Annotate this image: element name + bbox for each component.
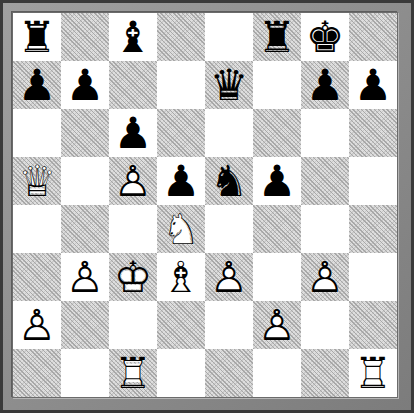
square-a5[interactable]: ♛♕: [13, 157, 61, 205]
square-f6[interactable]: [253, 109, 301, 157]
white-pawn-icon[interactable]: ♟♙: [205, 253, 253, 301]
square-c3[interactable]: ♚♔: [109, 253, 157, 301]
piece-glyph: ♕: [13, 157, 61, 205]
board-frame: ♜♝♜♚♟♟♛♟♟♟♛♕♟♙♟♞♟♞♘♟♙♚♔♝♗♟♙♟♙♟♙♟♙♜♖♜♖: [0, 0, 414, 413]
piece-glyph: ♛: [205, 61, 253, 109]
white-pawn-icon[interactable]: ♟♙: [253, 301, 301, 349]
black-rook-icon[interactable]: ♜: [13, 13, 61, 61]
square-d3[interactable]: ♝♗: [157, 253, 205, 301]
square-g8[interactable]: ♚: [301, 13, 349, 61]
square-f3[interactable]: [253, 253, 301, 301]
white-queen-icon[interactable]: ♛♕: [13, 157, 61, 205]
square-d2[interactable]: [157, 301, 205, 349]
square-b4[interactable]: [61, 205, 109, 253]
white-bishop-icon[interactable]: ♝♗: [157, 253, 205, 301]
square-b2[interactable]: [61, 301, 109, 349]
piece-glyph: ♙: [205, 253, 253, 301]
square-g2[interactable]: [301, 301, 349, 349]
white-king-icon[interactable]: ♚♔: [109, 253, 157, 301]
square-f4[interactable]: [253, 205, 301, 253]
square-b1[interactable]: [61, 349, 109, 397]
piece-glyph: ♟: [349, 61, 397, 109]
square-g4[interactable]: [301, 205, 349, 253]
piece-glyph: ♔: [109, 253, 157, 301]
square-g1[interactable]: [301, 349, 349, 397]
black-pawn-icon[interactable]: ♟: [13, 61, 61, 109]
square-a4[interactable]: [13, 205, 61, 253]
square-c6[interactable]: ♟: [109, 109, 157, 157]
black-bishop-icon[interactable]: ♝: [109, 13, 157, 61]
piece-glyph: ♞: [205, 157, 253, 205]
square-g5[interactable]: [301, 157, 349, 205]
piece-glyph: ♙: [13, 301, 61, 349]
square-g3[interactable]: ♟♙: [301, 253, 349, 301]
square-h4[interactable]: [349, 205, 397, 253]
square-g6[interactable]: [301, 109, 349, 157]
square-b6[interactable]: [61, 109, 109, 157]
black-rook-icon[interactable]: ♜: [253, 13, 301, 61]
square-f5[interactable]: ♟: [253, 157, 301, 205]
piece-glyph: ♟: [109, 109, 157, 157]
square-e1[interactable]: [205, 349, 253, 397]
piece-glyph: ♖: [349, 349, 397, 397]
piece-glyph: ♟: [157, 157, 205, 205]
black-queen-icon[interactable]: ♛: [205, 61, 253, 109]
square-h5[interactable]: [349, 157, 397, 205]
square-c5[interactable]: ♟♙: [109, 157, 157, 205]
square-e6[interactable]: [205, 109, 253, 157]
square-c8[interactable]: ♝: [109, 13, 157, 61]
square-f2[interactable]: ♟♙: [253, 301, 301, 349]
square-d1[interactable]: [157, 349, 205, 397]
square-a6[interactable]: [13, 109, 61, 157]
black-knight-icon[interactable]: ♞: [205, 157, 253, 205]
piece-glyph: ♜: [253, 13, 301, 61]
square-d8[interactable]: [157, 13, 205, 61]
square-d5[interactable]: ♟: [157, 157, 205, 205]
square-d7[interactable]: [157, 61, 205, 109]
square-e7[interactable]: ♛: [205, 61, 253, 109]
black-pawn-icon[interactable]: ♟: [253, 157, 301, 205]
piece-glyph: ♜: [13, 13, 61, 61]
square-h8[interactable]: [349, 13, 397, 61]
black-pawn-icon[interactable]: ♟: [349, 61, 397, 109]
piece-glyph: ♙: [301, 253, 349, 301]
white-pawn-icon[interactable]: ♟♙: [61, 253, 109, 301]
black-pawn-icon[interactable]: ♟: [157, 157, 205, 205]
square-a2[interactable]: ♟♙: [13, 301, 61, 349]
square-h1[interactable]: ♜♖: [349, 349, 397, 397]
square-b3[interactable]: ♟♙: [61, 253, 109, 301]
white-pawn-icon[interactable]: ♟♙: [109, 157, 157, 205]
square-e3[interactable]: ♟♙: [205, 253, 253, 301]
white-rook-icon[interactable]: ♜♖: [109, 349, 157, 397]
square-h7[interactable]: ♟: [349, 61, 397, 109]
white-pawn-icon[interactable]: ♟♙: [13, 301, 61, 349]
piece-glyph: ♙: [109, 157, 157, 205]
square-f1[interactable]: [253, 349, 301, 397]
piece-glyph: ♙: [253, 301, 301, 349]
piece-glyph: ♝: [109, 13, 157, 61]
square-a1[interactable]: [13, 349, 61, 397]
square-c1[interactable]: ♜♖: [109, 349, 157, 397]
piece-glyph: ♟: [301, 61, 349, 109]
piece-glyph: ♙: [61, 253, 109, 301]
white-pawn-icon[interactable]: ♟♙: [301, 253, 349, 301]
white-knight-icon[interactable]: ♞♘: [157, 205, 205, 253]
square-g7[interactable]: ♟: [301, 61, 349, 109]
square-h6[interactable]: [349, 109, 397, 157]
white-rook-icon[interactable]: ♜♖: [349, 349, 397, 397]
black-pawn-icon[interactable]: ♟: [109, 109, 157, 157]
piece-glyph: ♚: [301, 13, 349, 61]
square-d6[interactable]: [157, 109, 205, 157]
square-c4[interactable]: [109, 205, 157, 253]
square-a7[interactable]: ♟: [13, 61, 61, 109]
black-pawn-icon[interactable]: ♟: [61, 61, 109, 109]
square-e8[interactable]: [205, 13, 253, 61]
black-king-icon[interactable]: ♚: [301, 13, 349, 61]
square-b8[interactable]: [61, 13, 109, 61]
piece-glyph: ♖: [109, 349, 157, 397]
square-f8[interactable]: ♜: [253, 13, 301, 61]
square-a8[interactable]: ♜: [13, 13, 61, 61]
square-e2[interactable]: [205, 301, 253, 349]
piece-glyph: ♟: [61, 61, 109, 109]
piece-glyph: ♟: [13, 61, 61, 109]
square-c2[interactable]: [109, 301, 157, 349]
square-a3[interactable]: [13, 253, 61, 301]
square-d4[interactable]: ♞♘: [157, 205, 205, 253]
square-b7[interactable]: ♟: [61, 61, 109, 109]
square-e4[interactable]: [205, 205, 253, 253]
piece-glyph: ♟: [253, 157, 301, 205]
square-c7[interactable]: [109, 61, 157, 109]
square-e5[interactable]: ♞: [205, 157, 253, 205]
piece-glyph: ♘: [157, 205, 205, 253]
square-b5[interactable]: [61, 157, 109, 205]
chess-board: ♜♝♜♚♟♟♛♟♟♟♛♕♟♙♟♞♟♞♘♟♙♚♔♝♗♟♙♟♙♟♙♟♙♜♖♜♖: [12, 12, 398, 398]
square-h3[interactable]: [349, 253, 397, 301]
black-pawn-icon[interactable]: ♟: [301, 61, 349, 109]
piece-glyph: ♗: [157, 253, 205, 301]
square-f7[interactable]: [253, 61, 301, 109]
square-h2[interactable]: [349, 301, 397, 349]
